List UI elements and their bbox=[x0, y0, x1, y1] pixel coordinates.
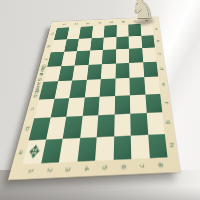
square bbox=[97, 114, 115, 136]
square bbox=[130, 94, 146, 114]
square bbox=[115, 63, 129, 79]
square bbox=[102, 49, 116, 64]
square bbox=[129, 35, 142, 48]
square bbox=[115, 78, 130, 96]
square bbox=[88, 50, 103, 65]
coordinate-label: g bbox=[41, 42, 56, 50]
coordinate-label: b bbox=[17, 122, 37, 135]
coordinate-label: 4 bbox=[79, 155, 92, 182]
chessboard: 12345678 12345678 hgfedcba abcdefgh Ⓦ WE… bbox=[8, 17, 180, 180]
square bbox=[100, 78, 116, 96]
photo-background: 12345678 12345678 hgfedcba abcdefgh Ⓦ WE… bbox=[0, 0, 200, 200]
square bbox=[129, 77, 145, 95]
coordinate-label: h bbox=[45, 30, 59, 37]
coordinate-label: g bbox=[159, 116, 177, 129]
coordinate-label: b bbox=[151, 37, 165, 45]
coordinate-label: 6 bbox=[117, 154, 128, 181]
square bbox=[130, 113, 147, 135]
coordinate-label: 2 bbox=[71, 18, 80, 29]
square bbox=[86, 64, 101, 80]
coordinate-label: 6 bbox=[119, 16, 126, 27]
square bbox=[80, 115, 98, 137]
coordinate-label: a bbox=[150, 25, 163, 32]
coordinate-label: d bbox=[154, 64, 169, 73]
coordinate-label: 5 bbox=[98, 155, 110, 182]
coordinate-label: 8 bbox=[153, 152, 166, 179]
coordinate-label: e bbox=[155, 79, 171, 89]
coordinate-label: 3 bbox=[83, 18, 91, 29]
coordinate-label: 7 bbox=[135, 153, 147, 180]
square bbox=[116, 49, 130, 63]
square bbox=[90, 37, 104, 50]
square bbox=[116, 36, 129, 49]
square bbox=[101, 63, 116, 79]
brand-mark-icon: Ⓦ bbox=[40, 61, 48, 67]
coordinate-label: c bbox=[152, 50, 166, 58]
square bbox=[98, 95, 114, 115]
square bbox=[129, 62, 144, 78]
square bbox=[114, 95, 130, 115]
square bbox=[129, 48, 143, 62]
coordinate-label: f bbox=[157, 97, 174, 108]
coordinate-label: 4 bbox=[95, 17, 103, 28]
coordinate-label: h bbox=[162, 138, 181, 152]
coordinate-label: 5 bbox=[107, 17, 114, 28]
white-knight-piece: ♞ bbox=[128, 0, 155, 24]
square bbox=[82, 96, 99, 116]
square bbox=[114, 114, 131, 136]
square bbox=[84, 79, 100, 97]
square bbox=[103, 37, 116, 50]
